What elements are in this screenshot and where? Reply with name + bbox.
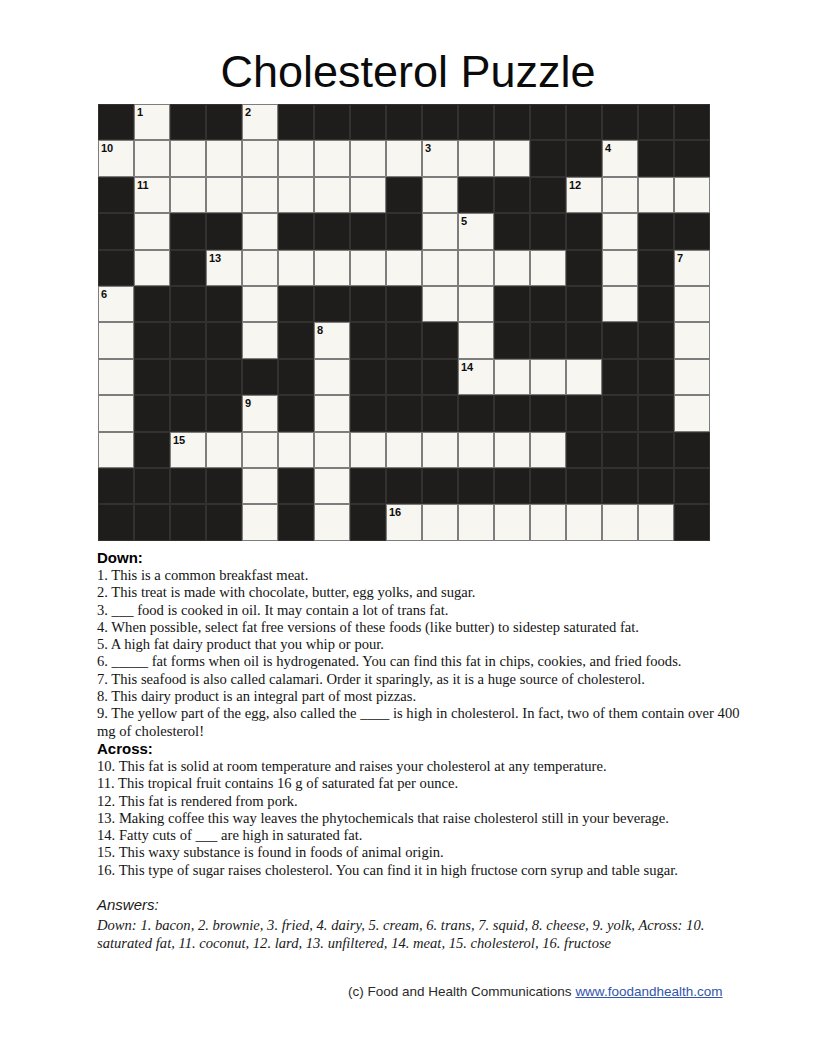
clue-across-14: 14. Fatty cuts of ___ are high in satura… <box>97 827 742 844</box>
grid-cell[interactable] <box>458 286 494 322</box>
grid-cell[interactable]: 5 <box>458 213 494 249</box>
grid-cell[interactable] <box>206 177 242 213</box>
grid-cell[interactable] <box>134 213 170 249</box>
block-cell <box>638 359 674 395</box>
grid-cell[interactable] <box>314 359 350 395</box>
clue-number: 11 <box>137 179 149 191</box>
block-cell <box>206 104 242 140</box>
grid-cell[interactable] <box>458 504 494 540</box>
grid-cell[interactable] <box>566 504 602 540</box>
grid-cell[interactable] <box>530 432 566 468</box>
grid-cell[interactable] <box>422 250 458 286</box>
grid-cell[interactable] <box>674 395 710 431</box>
block-cell <box>170 359 206 395</box>
grid-cell[interactable] <box>314 250 350 286</box>
clue-down-7: 7. This seafood is also called calamari.… <box>97 671 742 688</box>
page-title: Cholesterol Puzzle <box>0 46 816 98</box>
grid-cell[interactable] <box>134 140 170 176</box>
grid-cell[interactable] <box>422 213 458 249</box>
block-cell <box>638 286 674 322</box>
block-cell <box>602 104 638 140</box>
clue-down-4: 4. When possible, select fat free versio… <box>97 619 742 636</box>
block-cell <box>206 286 242 322</box>
block-cell <box>530 177 566 213</box>
grid-cell[interactable] <box>350 177 386 213</box>
block-cell <box>530 140 566 176</box>
across-clues-list: 10. This fat is solid at room temperatur… <box>97 758 742 879</box>
block-cell <box>458 468 494 504</box>
grid-cell[interactable] <box>278 140 314 176</box>
block-cell <box>98 213 134 249</box>
grid-cell[interactable] <box>242 432 278 468</box>
clue-number: 12 <box>569 179 581 191</box>
block-cell <box>566 250 602 286</box>
block-cell <box>638 395 674 431</box>
grid-cell[interactable] <box>242 286 278 322</box>
grid-cell[interactable] <box>494 504 530 540</box>
clue-number: 4 <box>605 142 611 154</box>
clue-across-13: 13. Making coffee this way leaves the ph… <box>97 810 742 827</box>
grid-cell[interactable] <box>350 250 386 286</box>
block-cell <box>386 213 422 249</box>
block-cell <box>566 286 602 322</box>
clue-number: 13 <box>209 252 221 264</box>
grid-cell[interactable] <box>602 213 638 249</box>
block-cell <box>458 395 494 431</box>
grid-cell[interactable] <box>314 432 350 468</box>
grid-cell[interactable] <box>422 286 458 322</box>
grid-cell[interactable] <box>314 395 350 431</box>
block-cell <box>350 286 386 322</box>
grid-cell[interactable] <box>98 359 134 395</box>
block-cell <box>386 322 422 358</box>
answers-header: Answers: <box>97 895 742 914</box>
block-cell <box>494 322 530 358</box>
block-cell <box>350 104 386 140</box>
grid-cell[interactable] <box>674 359 710 395</box>
grid-cell[interactable] <box>494 432 530 468</box>
grid-cell[interactable] <box>638 177 674 213</box>
block-cell <box>206 504 242 540</box>
block-cell <box>566 432 602 468</box>
clue-down-1: 1. This is a common breakfast meat. <box>97 567 742 584</box>
block-cell <box>170 104 206 140</box>
grid-cell[interactable] <box>458 322 494 358</box>
block-cell <box>674 213 710 249</box>
block-cell <box>206 322 242 358</box>
block-cell <box>458 177 494 213</box>
block-cell <box>170 504 206 540</box>
block-cell <box>602 395 638 431</box>
block-cell <box>494 286 530 322</box>
across-clues-header: Across: <box>97 740 742 758</box>
grid-cell[interactable]: 10 <box>98 140 134 176</box>
clue-across-12: 12. This fat is rendered from pork. <box>97 793 742 810</box>
grid-cell[interactable] <box>242 177 278 213</box>
grid-cell[interactable]: 7 <box>674 250 710 286</box>
clue-down-5: 5. A high fat dairy product that you whi… <box>97 636 742 653</box>
block-cell <box>638 468 674 504</box>
grid-cell[interactable] <box>674 322 710 358</box>
grid-cell[interactable] <box>206 140 242 176</box>
block-cell <box>494 104 530 140</box>
clue-across-11: 11. This tropical fruit contains 16 g of… <box>97 775 742 792</box>
block-cell <box>386 395 422 431</box>
grid-cell[interactable]: 15 <box>170 432 206 468</box>
block-cell <box>494 177 530 213</box>
block-cell <box>170 395 206 431</box>
puzzle-page: Cholesterol Puzzle 121034111251376814915… <box>0 0 816 1056</box>
grid-cell[interactable]: 16 <box>386 504 422 540</box>
block-cell <box>422 104 458 140</box>
block-cell <box>170 213 206 249</box>
clue-across-16: 16. This type of sugar raises cholestero… <box>97 862 742 879</box>
down-clues-header: Down: <box>97 549 742 567</box>
grid-cell[interactable] <box>278 250 314 286</box>
block-cell <box>566 322 602 358</box>
block-cell <box>206 468 242 504</box>
grid-cell[interactable]: 8 <box>314 322 350 358</box>
block-cell <box>98 250 134 286</box>
footer: (c) Food and Health Communications www.f… <box>348 984 722 999</box>
grid-cell[interactable] <box>674 177 710 213</box>
grid-cell[interactable] <box>386 250 422 286</box>
grid-cell[interactable] <box>422 504 458 540</box>
clue-number: 15 <box>173 434 185 446</box>
block-cell <box>386 359 422 395</box>
clue-down-6: 6. _____ fat forms when oil is hydrogena… <box>97 653 742 670</box>
block-cell <box>638 213 674 249</box>
block-cell <box>350 359 386 395</box>
grid-cell[interactable] <box>602 250 638 286</box>
clue-number: 7 <box>677 252 683 264</box>
block-cell <box>278 286 314 322</box>
block-cell <box>314 104 350 140</box>
grid-cell[interactable]: 11 <box>134 177 170 213</box>
block-cell <box>134 359 170 395</box>
block-cell <box>602 322 638 358</box>
block-cell <box>530 395 566 431</box>
grid-cell[interactable] <box>314 177 350 213</box>
block-cell <box>278 359 314 395</box>
grid-cell[interactable] <box>602 286 638 322</box>
clue-number: 9 <box>245 397 251 409</box>
block-cell <box>566 213 602 249</box>
block-cell <box>494 468 530 504</box>
block-cell <box>170 322 206 358</box>
block-cell <box>602 432 638 468</box>
block-cell <box>350 504 386 540</box>
block-cell <box>134 286 170 322</box>
clue-down-9: 9. The yellow part of the egg, also call… <box>97 705 742 740</box>
grid-cell[interactable] <box>530 359 566 395</box>
block-cell <box>386 177 422 213</box>
grid-cell[interactable]: 12 <box>566 177 602 213</box>
block-cell <box>638 140 674 176</box>
grid-cell[interactable] <box>242 504 278 540</box>
clue-across-10: 10. This fat is solid at room temperatur… <box>97 758 742 775</box>
block-cell <box>494 395 530 431</box>
clue-down-2: 2. This treat is made with chocolate, bu… <box>97 584 742 601</box>
block-cell <box>98 177 134 213</box>
grid-cell[interactable] <box>314 140 350 176</box>
block-cell <box>170 286 206 322</box>
block-cell <box>530 213 566 249</box>
copyright-text: (c) Food and Health Communications <box>348 984 572 999</box>
block-cell <box>638 104 674 140</box>
block-cell <box>170 250 206 286</box>
grid-cell[interactable] <box>422 432 458 468</box>
block-cell <box>278 322 314 358</box>
block-cell <box>530 468 566 504</box>
grid-cell[interactable] <box>350 432 386 468</box>
block-cell <box>206 359 242 395</box>
grid-cell[interactable] <box>494 250 530 286</box>
grid-cell[interactable] <box>458 140 494 176</box>
block-cell <box>98 468 134 504</box>
grid-cell[interactable] <box>278 432 314 468</box>
block-cell <box>314 213 350 249</box>
block-cell <box>638 250 674 286</box>
block-cell <box>134 468 170 504</box>
grid-cell[interactable] <box>98 322 134 358</box>
grid-cell[interactable] <box>242 213 278 249</box>
clue-number: 2 <box>245 106 251 118</box>
block-cell <box>206 395 242 431</box>
block-cell <box>278 395 314 431</box>
block-cell <box>134 395 170 431</box>
clue-number: 3 <box>425 142 431 154</box>
clue-number: 10 <box>101 142 113 154</box>
block-cell <box>638 322 674 358</box>
block-cell <box>602 468 638 504</box>
block-cell <box>602 359 638 395</box>
block-cell <box>422 395 458 431</box>
clue-down-3: 3. ___ food is cooked in oil. It may con… <box>97 602 742 619</box>
grid-cell[interactable]: 13 <box>206 250 242 286</box>
grid-cell[interactable] <box>494 140 530 176</box>
grid-cell[interactable]: 1 <box>134 104 170 140</box>
block-cell <box>278 104 314 140</box>
grid-cell[interactable]: 2 <box>242 104 278 140</box>
answers-text: Down: 1. bacon, 2. brownie, 3. fried, 4.… <box>97 917 737 952</box>
block-cell <box>314 286 350 322</box>
block-cell <box>134 432 170 468</box>
clue-number: 14 <box>461 361 473 373</box>
block-cell <box>674 140 710 176</box>
block-cell <box>530 104 566 140</box>
block-cell <box>278 468 314 504</box>
block-cell <box>134 322 170 358</box>
block-cell <box>350 468 386 504</box>
block-cell <box>98 504 134 540</box>
block-cell <box>674 432 710 468</box>
block-cell <box>278 504 314 540</box>
grid-cell[interactable] <box>350 140 386 176</box>
grid-cell[interactable] <box>314 468 350 504</box>
grid-cell[interactable] <box>98 395 134 431</box>
block-cell <box>530 322 566 358</box>
block-cell <box>566 468 602 504</box>
grid-cell[interactable] <box>134 250 170 286</box>
grid-cell[interactable]: 9 <box>242 395 278 431</box>
block-cell <box>134 504 170 540</box>
clue-across-15: 15. This waxy substance is found in food… <box>97 844 742 861</box>
block-cell <box>350 395 386 431</box>
block-cell <box>674 504 710 540</box>
clues-section: Down: 1. This is a common breakfast meat… <box>97 549 742 952</box>
grid-cell[interactable] <box>674 286 710 322</box>
grid-cell[interactable] <box>206 432 242 468</box>
block-cell <box>422 359 458 395</box>
grid-cell[interactable] <box>602 504 638 540</box>
block-cell <box>530 286 566 322</box>
grid-cell[interactable]: 14 <box>458 359 494 395</box>
block-cell <box>170 468 206 504</box>
grid-cell[interactable] <box>242 322 278 358</box>
grid-cell[interactable] <box>170 177 206 213</box>
block-cell <box>674 468 710 504</box>
grid-cell[interactable] <box>242 140 278 176</box>
grid-cell[interactable] <box>278 177 314 213</box>
block-cell <box>206 213 242 249</box>
grid-cell[interactable] <box>530 504 566 540</box>
block-cell <box>386 104 422 140</box>
grid-cell[interactable] <box>530 250 566 286</box>
grid-cell[interactable] <box>98 432 134 468</box>
grid-cell[interactable] <box>314 504 350 540</box>
block-cell <box>494 213 530 249</box>
block-cell <box>278 213 314 249</box>
grid-cell[interactable] <box>494 359 530 395</box>
clue-number: 16 <box>389 506 401 518</box>
block-cell <box>458 104 494 140</box>
grid-cell[interactable]: 6 <box>98 286 134 322</box>
grid-cell[interactable] <box>638 504 674 540</box>
clue-number: 6 <box>101 288 107 300</box>
block-cell <box>386 468 422 504</box>
block-cell <box>422 322 458 358</box>
block-cell <box>242 359 278 395</box>
clue-number: 5 <box>461 215 467 227</box>
block-cell <box>566 104 602 140</box>
grid-cell[interactable]: 3 <box>422 140 458 176</box>
grid-cell[interactable] <box>242 468 278 504</box>
block-cell <box>566 140 602 176</box>
grid-cell[interactable] <box>386 432 422 468</box>
grid-cell[interactable]: 4 <box>602 140 638 176</box>
block-cell <box>638 432 674 468</box>
grid-cell[interactable] <box>458 432 494 468</box>
clue-number: 8 <box>317 324 323 336</box>
crossword-grid: 12103411125137681491516 <box>98 104 710 541</box>
block-cell <box>422 468 458 504</box>
grid-cell[interactable] <box>458 250 494 286</box>
block-cell <box>566 395 602 431</box>
down-clues-list: 1. This is a common breakfast meat.2. Th… <box>97 567 742 740</box>
grid-cell[interactable] <box>170 140 206 176</box>
grid-cell[interactable] <box>602 177 638 213</box>
clue-down-8: 8. This dairy product is an integral par… <box>97 688 742 705</box>
grid-cell[interactable] <box>422 177 458 213</box>
block-cell <box>674 104 710 140</box>
block-cell <box>386 286 422 322</box>
grid-cell[interactable] <box>386 140 422 176</box>
block-cell <box>350 322 386 358</box>
grid-cell[interactable] <box>242 250 278 286</box>
foodandhealth-link[interactable]: www.foodandhealth.com <box>575 984 722 999</box>
grid-cell[interactable] <box>566 359 602 395</box>
block-cell <box>350 213 386 249</box>
block-cell <box>98 104 134 140</box>
clue-number: 1 <box>137 106 143 118</box>
